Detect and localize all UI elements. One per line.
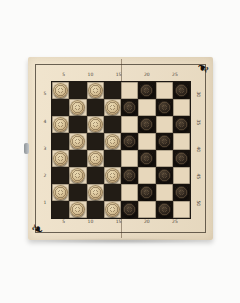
track-number: 5	[62, 73, 65, 78]
track-number: 5	[62, 220, 65, 225]
square-c1r8	[52, 201, 69, 218]
dark-piece	[122, 168, 137, 183]
track-number: 15	[116, 73, 122, 78]
square-c6r3	[138, 116, 155, 133]
track-number: 25	[172, 73, 178, 78]
square-c6r2	[138, 99, 155, 116]
corner-ornament-icon: ❧	[195, 58, 212, 76]
dark-piece	[139, 83, 154, 98]
square-c3r8	[87, 201, 104, 218]
square-c4r4	[104, 133, 121, 150]
square-c3r3	[87, 116, 104, 133]
dark-piece	[122, 202, 137, 217]
square-c6r4	[138, 133, 155, 150]
track-number: 50	[195, 200, 200, 207]
square-c5r8	[121, 201, 138, 218]
corner-ornament-icon: ❧	[29, 220, 46, 238]
dark-piece	[174, 117, 189, 132]
square-c4r8	[104, 201, 121, 218]
light-piece	[53, 185, 68, 200]
square-c1r7	[52, 184, 69, 201]
square-c2r7	[69, 184, 86, 201]
dark-piece	[122, 100, 137, 115]
number-track-bottom: 510152025	[51, 220, 189, 225]
dark-piece	[139, 151, 154, 166]
square-c1r3	[52, 116, 69, 133]
square-c1r5	[52, 150, 69, 167]
square-c1r1	[52, 82, 69, 99]
square-c4r6	[104, 167, 121, 184]
square-c2r3	[69, 116, 86, 133]
light-piece	[105, 168, 120, 183]
square-c4r3	[104, 116, 121, 133]
square-c4r2	[104, 99, 121, 116]
dark-piece	[139, 185, 154, 200]
number-track-left: 54321	[42, 81, 48, 217]
wooden-board: 510152025 510152025 54321 3035404550 ❧ ❧	[28, 57, 213, 240]
track-number: 10	[88, 220, 94, 225]
light-piece	[105, 134, 120, 149]
dark-piece	[157, 134, 172, 149]
square-c2r5	[69, 150, 86, 167]
track-number: 2	[42, 174, 48, 179]
light-piece	[70, 134, 85, 149]
track-number: 30	[195, 91, 200, 98]
square-c8r6	[173, 167, 190, 184]
light-piece	[53, 83, 68, 98]
track-number: 4	[42, 120, 48, 125]
track-number: 25	[172, 220, 178, 225]
square-c7r5	[156, 150, 173, 167]
square-c8r5	[173, 150, 190, 167]
dark-piece	[157, 168, 172, 183]
square-c3r5	[87, 150, 104, 167]
square-c3r4	[87, 133, 104, 150]
track-number: 3	[42, 147, 48, 152]
light-piece	[88, 83, 103, 98]
dark-piece	[157, 100, 172, 115]
square-c5r3	[121, 116, 138, 133]
dark-piece	[174, 83, 189, 98]
track-number: 1	[42, 201, 48, 206]
square-c8r4	[173, 133, 190, 150]
square-c1r2	[52, 99, 69, 116]
light-piece	[88, 117, 103, 132]
square-c2r1	[69, 82, 86, 99]
square-c7r1	[156, 82, 173, 99]
square-c4r1	[104, 82, 121, 99]
square-c1r4	[52, 133, 69, 150]
square-c7r8	[156, 201, 173, 218]
light-piece	[88, 185, 103, 200]
square-c6r7	[138, 184, 155, 201]
track-number: 40	[195, 145, 200, 152]
square-c3r2	[87, 99, 104, 116]
square-c5r4	[121, 133, 138, 150]
square-c2r6	[69, 167, 86, 184]
checkers-grid	[51, 81, 191, 219]
square-c3r1	[87, 82, 104, 99]
square-c8r3	[173, 116, 190, 133]
square-c2r4	[69, 133, 86, 150]
hinge-icon	[24, 143, 29, 154]
number-track-top: 510152025	[51, 73, 189, 78]
dark-piece	[174, 151, 189, 166]
square-c4r5	[104, 150, 121, 167]
light-piece	[53, 151, 68, 166]
square-c5r6	[121, 167, 138, 184]
number-track-right: 3035404550	[194, 81, 201, 217]
square-c8r8	[173, 201, 190, 218]
track-number: 20	[144, 73, 150, 78]
square-c1r6	[52, 167, 69, 184]
track-number: 15	[116, 220, 122, 225]
square-c5r5	[121, 150, 138, 167]
track-number: 35	[195, 118, 200, 125]
square-c6r8	[138, 201, 155, 218]
square-c2r8	[69, 201, 86, 218]
square-c7r3	[156, 116, 173, 133]
dark-piece	[157, 202, 172, 217]
square-c6r1	[138, 82, 155, 99]
product-photo-checkers-board: { "game": "checkers", "scene_description…	[0, 0, 240, 303]
square-c3r6	[87, 167, 104, 184]
light-piece	[105, 202, 120, 217]
square-c5r1	[121, 82, 138, 99]
track-number: 10	[88, 73, 94, 78]
dark-piece	[122, 134, 137, 149]
square-c7r4	[156, 133, 173, 150]
square-c2r2	[69, 99, 86, 116]
square-c3r7	[87, 184, 104, 201]
square-c6r6	[138, 167, 155, 184]
track-number: 45	[195, 173, 200, 180]
square-c8r1	[173, 82, 190, 99]
square-c4r7	[104, 184, 121, 201]
light-piece	[105, 100, 120, 115]
light-piece	[70, 100, 85, 115]
square-c5r7	[121, 184, 138, 201]
square-c8r7	[173, 184, 190, 201]
square-c6r5	[138, 150, 155, 167]
track-number: 20	[144, 220, 150, 225]
square-c7r6	[156, 167, 173, 184]
track-number: 5	[42, 92, 48, 97]
light-piece	[70, 168, 85, 183]
square-c5r2	[121, 99, 138, 116]
square-c8r2	[173, 99, 190, 116]
dark-piece	[139, 117, 154, 132]
dark-piece	[174, 185, 189, 200]
light-piece	[70, 202, 85, 217]
light-piece	[88, 151, 103, 166]
light-piece	[53, 117, 68, 132]
square-c7r7	[156, 184, 173, 201]
square-c7r2	[156, 99, 173, 116]
board-shadow	[30, 238, 211, 244]
